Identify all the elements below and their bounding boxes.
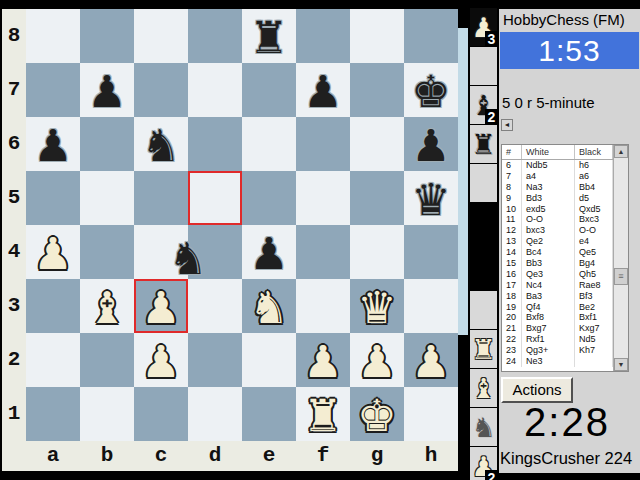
rank-labels-strip: 87654321 bbox=[2, 9, 26, 441]
piece-black-rook-e8[interactable]: ♜ bbox=[242, 9, 296, 63]
black-move[interactable]: Nd5 bbox=[575, 334, 613, 345]
black-move[interactable]: a6 bbox=[575, 171, 613, 182]
captured-black-pawn: ♟3 bbox=[470, 8, 497, 46]
piece-white-pawn-h2[interactable]: ♟ bbox=[404, 333, 458, 387]
square-g6[interactable] bbox=[350, 117, 404, 171]
piece-black-knight-d5-c3-flying[interactable]: ♞ bbox=[161, 230, 215, 284]
move-row-18: 18Ba3Bf3 bbox=[502, 291, 613, 302]
piece-black-pawn-b7[interactable]: ♟ bbox=[80, 63, 134, 117]
square-e1[interactable] bbox=[242, 387, 296, 441]
black-move[interactable]: Bxf1 bbox=[575, 312, 613, 323]
white-move[interactable]: Qe2 bbox=[522, 236, 575, 247]
square-h3[interactable] bbox=[404, 279, 458, 333]
captured-white-pawn: ♟2 bbox=[470, 447, 497, 480]
scroll-down-button[interactable]: ▼ bbox=[614, 358, 628, 371]
black-move[interactable]: d5 bbox=[575, 193, 613, 204]
white-move[interactable]: bxc3 bbox=[522, 225, 575, 236]
move-list-rows: 6Ndb5h67a4a68Na3Bb49Bd3d510exd5Qxd511O-O… bbox=[502, 160, 613, 367]
file-label-f: f bbox=[296, 441, 350, 471]
square-b4[interactable] bbox=[80, 225, 134, 279]
move-number: 23 bbox=[502, 345, 522, 356]
move-row-21: 21Bxg7Kxg7 bbox=[502, 323, 613, 334]
player-name: KingsCrusher 224 bbox=[500, 449, 632, 468]
piece-white-pawn-f2[interactable]: ♟ bbox=[296, 333, 350, 387]
white-move[interactable]: Ndb5 bbox=[522, 160, 575, 171]
rank-label-2: 2 bbox=[2, 333, 26, 387]
move-number: 6 bbox=[502, 160, 522, 171]
square-e5[interactable] bbox=[242, 171, 296, 225]
black-move[interactable]: Bg4 bbox=[575, 258, 613, 269]
square-d7[interactable] bbox=[188, 63, 242, 117]
file-label-a: a bbox=[26, 441, 80, 471]
move-list-scrollbar[interactable]: ▲ ≡ ▼ bbox=[613, 145, 628, 371]
captured-count-badge: 2 bbox=[485, 109, 498, 125]
move-row-12: 12bxc3O-O bbox=[502, 225, 613, 236]
black-move[interactable]: Qe5 bbox=[575, 247, 613, 258]
piece-white-pawn-a4[interactable]: ♟ bbox=[26, 225, 80, 279]
square-h4[interactable] bbox=[404, 225, 458, 279]
black-move[interactable]: Qxd5 bbox=[575, 204, 613, 215]
white-move[interactable]: a4 bbox=[522, 171, 575, 182]
white-move[interactable]: Na3 bbox=[522, 182, 575, 193]
move-number: 14 bbox=[502, 247, 522, 258]
move-row-23: 23Qg3+Kh7 bbox=[502, 345, 613, 356]
scroll-left-button[interactable]: ◄ bbox=[501, 119, 513, 131]
piece-black-pawn-f7[interactable]: ♟ bbox=[296, 63, 350, 117]
captured-black-rook: ♜ bbox=[470, 125, 497, 163]
move-row-19: 19Qf4Be2 bbox=[502, 302, 613, 313]
square-b1[interactable] bbox=[80, 387, 134, 441]
rank-label-7: 7 bbox=[2, 63, 26, 117]
black-move[interactable]: Rae8 bbox=[575, 280, 613, 291]
black-rook-icon: ♜ bbox=[470, 125, 497, 163]
move-list-header: #WhiteBlack bbox=[502, 145, 628, 160]
move-row-22: 22Rxf1Nd5 bbox=[502, 334, 613, 345]
captured-white-knight: ♞ bbox=[470, 408, 497, 446]
square-c5[interactable] bbox=[134, 171, 188, 225]
white-move[interactable]: O-O bbox=[522, 214, 575, 225]
white-move[interactable]: exd5 bbox=[522, 204, 575, 215]
move-row-10: 10exd5Qxd5 bbox=[502, 204, 613, 215]
square-d3[interactable] bbox=[188, 279, 242, 333]
captured-pieces-tray: ♟3♝2♜♜♝♞♟2 bbox=[458, 0, 497, 480]
square-c8[interactable] bbox=[134, 9, 188, 63]
square-f3[interactable] bbox=[296, 279, 350, 333]
square-d1[interactable] bbox=[188, 387, 242, 441]
piece-black-queen-h5[interactable]: ♛ bbox=[404, 171, 458, 225]
last-move-highlight-d5 bbox=[188, 171, 242, 225]
piece-white-bishop-b3[interactable]: ♝ bbox=[80, 279, 134, 333]
rank-label-5: 5 bbox=[2, 171, 26, 225]
square-f8[interactable] bbox=[296, 9, 350, 63]
opponent-name: HobbyChess (FM) bbox=[503, 11, 625, 28]
move-row-11: 11O-OBxc3 bbox=[502, 214, 613, 225]
black-move[interactable]: e4 bbox=[575, 236, 613, 247]
move-number: 17 bbox=[502, 280, 522, 291]
move-number: 7 bbox=[502, 171, 522, 182]
square-d8[interactable] bbox=[188, 9, 242, 63]
white-move[interactable]: Rxf1 bbox=[522, 334, 575, 345]
move-number: 12 bbox=[502, 225, 522, 236]
captured-count-badge: 2 bbox=[485, 470, 498, 480]
black-move[interactable]: O-O bbox=[575, 225, 613, 236]
square-e6[interactable] bbox=[242, 117, 296, 171]
game-type-label: 5 0 r 5-minute bbox=[502, 94, 595, 111]
move-number: 15 bbox=[502, 258, 522, 269]
captured-black-bishop: ♝2 bbox=[470, 86, 497, 124]
square-c7[interactable] bbox=[134, 63, 188, 117]
square-g7[interactable] bbox=[350, 63, 404, 117]
scrollbar-thumb[interactable]: ≡ bbox=[614, 268, 628, 285]
move-number: 10 bbox=[502, 204, 522, 215]
white-move[interactable]: Bxg7 bbox=[522, 323, 575, 334]
file-label-e: e bbox=[242, 441, 296, 471]
move-table-header-num: # bbox=[502, 145, 522, 159]
square-f5[interactable] bbox=[296, 171, 350, 225]
move-row-7: 7a4a6 bbox=[502, 171, 613, 182]
white-knight-icon: ♞ bbox=[470, 408, 497, 446]
scroll-down-icon: ▼ bbox=[618, 361, 625, 368]
square-f4[interactable] bbox=[296, 225, 350, 279]
white-move[interactable]: Bxf8 bbox=[522, 312, 575, 323]
black-move[interactable]: Bxc3 bbox=[575, 214, 613, 225]
white-move[interactable]: Qf4 bbox=[522, 302, 575, 313]
move-list-table[interactable]: #WhiteBlack 6Ndb5h67a4a68Na3Bb49Bd3d510e… bbox=[501, 144, 629, 372]
opponent-clock: 1:53 bbox=[500, 32, 639, 69]
piece-white-knight-e3[interactable]: ♞ bbox=[242, 279, 296, 333]
scrollbar-grip-icon: ≡ bbox=[618, 271, 623, 281]
square-b2[interactable] bbox=[80, 333, 134, 387]
black-move[interactable]: Kxg7 bbox=[575, 323, 613, 334]
piece-black-knight-c6[interactable]: ♞ bbox=[134, 117, 188, 171]
move-row-14: 14Bc4Qe5 bbox=[502, 247, 613, 258]
piece-white-queen-g3[interactable]: ♛ bbox=[350, 279, 404, 333]
piece-white-rook-f1[interactable]: ♜ bbox=[296, 387, 350, 441]
game-info-panel: HobbyChess (FM) 1:53 5 0 r 5-minute ◄ #W… bbox=[499, 9, 640, 473]
white-rook-icon: ♜ bbox=[470, 330, 497, 368]
piece-black-king-h7[interactable]: ♚ bbox=[404, 63, 458, 117]
piece-white-king-g1[interactable]: ♚ bbox=[350, 387, 404, 441]
move-number: 11 bbox=[502, 214, 522, 225]
white-move[interactable]: Ne3 bbox=[522, 356, 575, 367]
move-row-8: 8Na3Bb4 bbox=[502, 182, 613, 193]
square-e7[interactable] bbox=[242, 63, 296, 117]
black-move[interactable]: Bb4 bbox=[575, 182, 613, 193]
square-c1[interactable] bbox=[134, 387, 188, 441]
rank-label-3: 3 bbox=[2, 279, 26, 333]
captured-white-rook: ♜ bbox=[470, 330, 497, 368]
move-table-header-Black: Black bbox=[575, 145, 613, 159]
square-d6[interactable] bbox=[188, 117, 242, 171]
piece-white-pawn-c3[interactable]: ♟ bbox=[134, 279, 188, 333]
square-b5[interactable] bbox=[80, 171, 134, 225]
black-move[interactable] bbox=[575, 356, 613, 367]
square-a3[interactable] bbox=[26, 279, 80, 333]
white-move[interactable]: Qe3 bbox=[522, 269, 575, 280]
move-number: 21 bbox=[502, 323, 522, 334]
move-number: 19 bbox=[502, 302, 522, 313]
square-g8[interactable] bbox=[350, 9, 404, 63]
piece-black-pawn-e4[interactable]: ♟ bbox=[242, 225, 296, 279]
move-row-9: 9Bd3d5 bbox=[502, 193, 613, 204]
tray-slot-empty-top-4 bbox=[470, 164, 497, 202]
black-move[interactable]: Be2 bbox=[575, 302, 613, 313]
white-move[interactable]: Bd3 bbox=[522, 193, 575, 204]
square-e2[interactable] bbox=[242, 333, 296, 387]
square-f6[interactable] bbox=[296, 117, 350, 171]
black-move[interactable]: h6 bbox=[575, 160, 613, 171]
move-number: 8 bbox=[502, 182, 522, 193]
scroll-left-icon: ◄ bbox=[504, 121, 511, 128]
move-number: 16 bbox=[502, 269, 522, 280]
square-a2[interactable] bbox=[26, 333, 80, 387]
move-row-20: 20Bxf8Bxf1 bbox=[502, 312, 613, 323]
rank-label-4: 4 bbox=[2, 225, 26, 279]
chess-app-window: { "game": "chess", "position": { "fen": … bbox=[0, 0, 640, 480]
square-a7[interactable] bbox=[26, 63, 80, 117]
move-number: 22 bbox=[502, 334, 522, 345]
square-h8[interactable] bbox=[404, 9, 458, 63]
white-move[interactable]: Ba3 bbox=[522, 291, 575, 302]
piece-white-pawn-c2[interactable]: ♟ bbox=[134, 333, 188, 387]
move-row-15: 15Bb3Bg4 bbox=[502, 258, 613, 269]
move-row-13: 13Qe2e4 bbox=[502, 236, 613, 247]
move-number: 20 bbox=[502, 312, 522, 323]
player-clock: 2:28 bbox=[499, 400, 635, 445]
square-g4[interactable] bbox=[350, 225, 404, 279]
move-table-header-White: White bbox=[522, 145, 575, 159]
black-move[interactable]: Qh5 bbox=[575, 269, 613, 280]
piece-black-pawn-h6[interactable]: ♟ bbox=[404, 117, 458, 171]
black-move[interactable]: Bf3 bbox=[575, 291, 613, 302]
move-number: 13 bbox=[502, 236, 522, 247]
move-row-24: 24Ne3 bbox=[502, 356, 613, 367]
square-a8[interactable] bbox=[26, 9, 80, 63]
rank-label-8: 8 bbox=[2, 9, 26, 63]
captured-count-badge: 3 bbox=[485, 31, 498, 47]
tray-slot-empty-top-1 bbox=[470, 47, 497, 85]
white-move[interactable]: Bc4 bbox=[522, 247, 575, 258]
move-row-17: 17Nc4Rae8 bbox=[502, 280, 613, 291]
square-b6[interactable] bbox=[80, 117, 134, 171]
tray-edge-strip bbox=[458, 28, 468, 335]
chess-board[interactable]: ♜♟♟♚♟♞♟♛♟♟♞♝♟♞♛♟♟♟♟♜♚ bbox=[26, 9, 458, 441]
file-label-d: d bbox=[188, 441, 242, 471]
white-move[interactable]: Bb3 bbox=[522, 258, 575, 269]
file-labels-strip: abcdefgh bbox=[2, 441, 458, 471]
file-label-c: c bbox=[134, 441, 188, 471]
file-label-b: b bbox=[80, 441, 134, 471]
square-g5[interactable] bbox=[350, 171, 404, 225]
move-number: 24 bbox=[502, 356, 522, 367]
piece-black-pawn-a6[interactable]: ♟ bbox=[26, 117, 80, 171]
square-d2[interactable] bbox=[188, 333, 242, 387]
white-move[interactable]: Nc4 bbox=[522, 280, 575, 291]
file-label-g: g bbox=[350, 441, 404, 471]
captured-white-bishop: ♝ bbox=[470, 369, 497, 407]
tray-slot-empty-bottom-0 bbox=[470, 291, 497, 329]
square-h1[interactable] bbox=[404, 387, 458, 441]
move-number: 18 bbox=[502, 291, 522, 302]
move-number: 9 bbox=[502, 193, 522, 204]
scroll-up-button[interactable]: ▲ bbox=[614, 145, 628, 158]
square-a1[interactable] bbox=[26, 387, 80, 441]
move-row-16: 16Qe3Qh5 bbox=[502, 269, 613, 280]
file-label-h: h bbox=[404, 441, 458, 471]
rank-label-6: 6 bbox=[2, 117, 26, 171]
white-move[interactable]: Qg3+ bbox=[522, 345, 575, 356]
black-move[interactable]: Kh7 bbox=[575, 345, 613, 356]
square-a5[interactable] bbox=[26, 171, 80, 225]
white-bishop-icon: ♝ bbox=[470, 369, 497, 407]
piece-white-pawn-g2[interactable]: ♟ bbox=[350, 333, 404, 387]
square-b8[interactable] bbox=[80, 9, 134, 63]
move-row-6: 6Ndb5h6 bbox=[502, 160, 613, 171]
rank-label-1: 1 bbox=[2, 387, 26, 441]
scroll-up-icon: ▲ bbox=[618, 148, 625, 155]
